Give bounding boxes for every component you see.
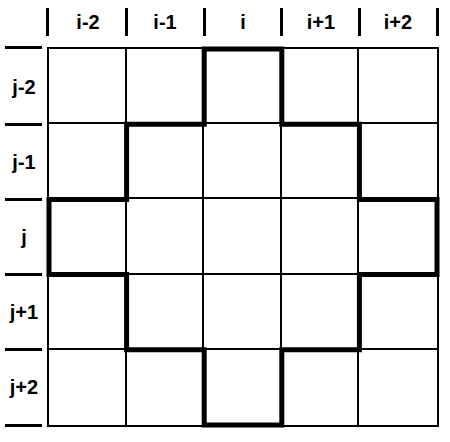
cell-r0c3 — [282, 49, 360, 124]
cell-r0c0 — [49, 49, 127, 124]
row-tick — [5, 123, 42, 126]
row-label-j: j — [3, 224, 45, 250]
col-label-i-plus-1: i+1 — [282, 7, 360, 37]
cell-r1c3 — [282, 124, 360, 199]
cell-r4c0 — [49, 350, 127, 425]
cell-r4c1 — [127, 350, 205, 425]
cell-r1c2 — [204, 124, 282, 199]
cell-r1c4 — [359, 124, 437, 199]
cell-r0c1 — [127, 49, 205, 124]
cell-r2c1 — [127, 199, 205, 274]
cell-r0c2 — [204, 49, 282, 124]
cell-r2c4 — [359, 199, 437, 274]
cell-r1c1 — [127, 124, 205, 199]
cell-r3c2 — [204, 275, 282, 350]
cell-r3c3 — [282, 275, 360, 350]
row-tick — [5, 46, 42, 49]
row-tick — [5, 273, 42, 276]
cell-r2c2 — [204, 199, 282, 274]
cell-r4c2 — [204, 350, 282, 425]
cell-r1c0 — [49, 124, 127, 199]
cell-r2c3 — [282, 199, 360, 274]
col-label-i-plus-2: i+2 — [359, 7, 437, 37]
neighborhood-diagram: i-2 i-1 i i+1 i+2 j-2 j-1 j j+1 j+2 — [0, 0, 450, 442]
row-tick — [5, 424, 42, 427]
row-label-j-minus-1: j-1 — [3, 149, 45, 175]
col-label-i-minus-2: i-2 — [49, 7, 127, 37]
cell-r3c4 — [359, 275, 437, 350]
cell-r3c0 — [49, 275, 127, 350]
col-label-i-minus-1: i-1 — [126, 7, 204, 37]
row-tick — [5, 198, 42, 201]
cell-r2c0 — [49, 199, 127, 274]
row-label-j-plus-2: j+2 — [3, 374, 45, 400]
cell-r3c1 — [127, 275, 205, 350]
row-label-j-plus-1: j+1 — [3, 299, 45, 325]
row-label-j-minus-2: j-2 — [3, 74, 45, 100]
row-tick — [5, 348, 42, 351]
col-label-i: i — [204, 7, 282, 37]
cell-r0c4 — [359, 49, 437, 124]
grid-board — [47, 47, 439, 427]
cell-r4c4 — [359, 350, 437, 425]
cell-r4c3 — [282, 350, 360, 425]
